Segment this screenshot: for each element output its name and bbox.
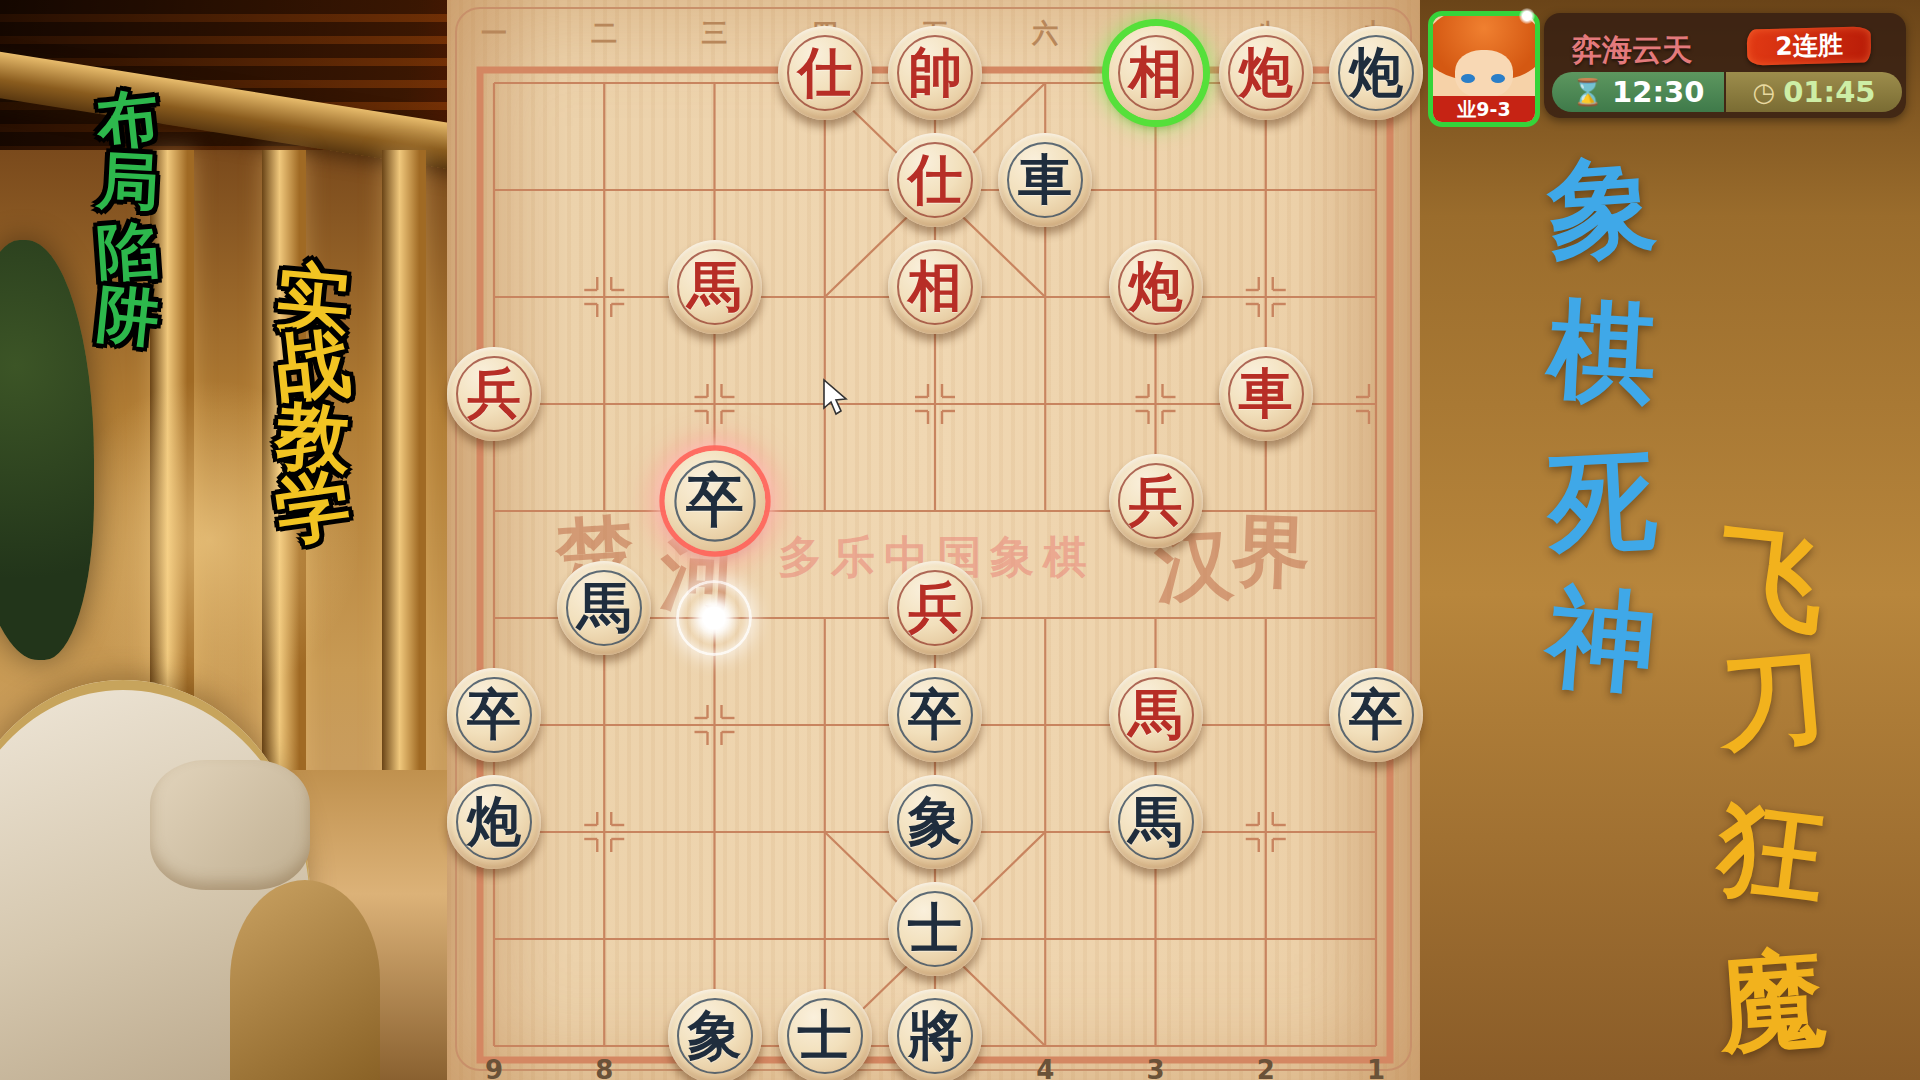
piece-character: 將	[908, 1009, 962, 1063]
piece-red-相[interactable]: 相	[888, 240, 982, 334]
river-text-jie: 界	[1230, 499, 1312, 607]
piece-character: 馬	[577, 581, 631, 635]
move-time: 01:45	[1783, 75, 1875, 109]
piece-red-兵[interactable]: 兵	[888, 561, 982, 655]
piece-black-馬[interactable]: 馬	[1109, 775, 1203, 869]
move-timer: ◷ 01:45	[1726, 72, 1902, 112]
piece-character: 炮	[1349, 46, 1403, 100]
piece-character: 卒	[686, 472, 744, 530]
file-label-top: 一	[481, 16, 507, 51]
calligraphy-char: 象	[1544, 150, 1659, 265]
piece-red-兵[interactable]: 兵	[447, 347, 541, 441]
potted-plant	[0, 240, 94, 660]
piece-character: 卒	[908, 688, 962, 742]
file-label-top: 三	[702, 16, 728, 51]
piece-black-炮[interactable]: 炮	[1329, 26, 1423, 120]
piece-red-車[interactable]: 車	[1219, 347, 1313, 441]
calligraphy-char: 局	[95, 149, 160, 214]
avatar-eye	[1461, 74, 1475, 83]
piece-character: 相	[908, 260, 962, 314]
piece-red-馬[interactable]: 馬	[1109, 668, 1203, 762]
piece-character: 炮	[467, 795, 521, 849]
piece-character: 車	[1018, 153, 1072, 207]
piece-character: 象	[908, 795, 962, 849]
piece-character: 兵	[1129, 474, 1183, 528]
piece-red-仕[interactable]: 仕	[778, 26, 872, 120]
piece-black-士[interactable]: 士	[888, 882, 982, 976]
calligraphy-char: 刀	[1715, 643, 1830, 758]
rank-tag: 业9-3	[1433, 96, 1535, 122]
file-label-bottom: 2	[1257, 1055, 1275, 1080]
calligraphy-char: 陷	[95, 219, 161, 285]
piece-black-馬[interactable]: 馬	[557, 561, 651, 655]
piece-black-象[interactable]: 象	[888, 775, 982, 869]
screen: 一二三四五六七八九 987654321 楚 河 汉 界 多乐中国象棋 仕帥相炮炮…	[0, 0, 1920, 1080]
piece-black-將[interactable]: 將	[888, 989, 982, 1080]
piece-red-相[interactable]: 相	[1109, 26, 1203, 120]
calligraphy-char: 阱	[94, 282, 162, 350]
piece-character: 兵	[467, 367, 521, 421]
xiangqi-board[interactable]: 一二三四五六七八九 987654321 楚 河 汉 界 多乐中国象棋 仕帥相炮炮…	[447, 0, 1420, 1080]
piece-red-炮[interactable]: 炮	[1109, 240, 1203, 334]
piece-character: 馬	[1129, 795, 1183, 849]
file-label-bottom: 8	[595, 1055, 613, 1080]
piece-black-象[interactable]: 象	[668, 989, 762, 1080]
piece-red-炮[interactable]: 炮	[1219, 26, 1313, 120]
opponent-avatar[interactable]: 业9-3	[1428, 11, 1540, 127]
piece-red-仕[interactable]: 仕	[888, 133, 982, 227]
piece-character: 馬	[1129, 688, 1183, 742]
avatar-shine	[1519, 8, 1535, 24]
room-background-left	[0, 0, 447, 1080]
piece-black-士[interactable]: 士	[778, 989, 872, 1080]
piece-character: 士	[908, 902, 962, 956]
calligraphy-char: 狂	[1713, 793, 1831, 911]
piece-character: 卒	[467, 688, 521, 742]
file-label-top: 六	[1032, 16, 1058, 51]
win-streak-badge: 2连胜	[1747, 26, 1872, 65]
piece-black-車[interactable]: 車	[998, 133, 1092, 227]
piece-character: 兵	[908, 581, 962, 635]
piece-character: 卒	[1349, 688, 1403, 742]
calligraphy-char: 棋	[1545, 295, 1659, 409]
game-time: 12:30	[1612, 75, 1704, 109]
piece-character: 相	[1129, 46, 1183, 100]
calligraphy-char: 神	[1543, 581, 1660, 698]
piece-character: 炮	[1129, 260, 1183, 314]
piece-red-馬[interactable]: 馬	[668, 240, 762, 334]
file-label-bottom: 1	[1367, 1055, 1385, 1080]
game-timer: ⌛ 12:30	[1552, 72, 1724, 112]
avatar-eye	[1491, 74, 1505, 83]
calligraphy-char: 飞	[1714, 522, 1830, 638]
piece-black-炮[interactable]: 炮	[447, 775, 541, 869]
file-label-bottom: 4	[1036, 1055, 1054, 1080]
file-label-bottom: 9	[485, 1055, 503, 1080]
piece-character: 帥	[908, 46, 962, 100]
clock-icon: ◷	[1753, 77, 1776, 107]
piece-character: 象	[688, 1009, 742, 1063]
piece-character: 士	[798, 1009, 852, 1063]
calligraphy-char: 死	[1545, 445, 1659, 559]
piece-black-卒[interactable]: 卒	[1329, 668, 1423, 762]
piece-black-卒[interactable]: 卒	[664, 451, 765, 552]
piece-character: 仕	[798, 46, 852, 100]
room-background-right	[1420, 0, 1920, 1080]
gold-column	[382, 150, 426, 790]
piece-red-帥[interactable]: 帥	[888, 26, 982, 120]
calligraphy-char: 魔	[1715, 945, 1828, 1058]
file-label-top: 二	[591, 16, 617, 51]
piece-character: 車	[1239, 367, 1293, 421]
chair-pillow	[150, 760, 310, 890]
piece-character: 仕	[908, 153, 962, 207]
chair-gold-arm	[230, 880, 380, 1080]
mouse-cursor	[822, 378, 852, 418]
piece-black-卒[interactable]: 卒	[888, 668, 982, 762]
opponent-name: 弈海云天	[1572, 30, 1692, 71]
file-label-bottom: 3	[1146, 1055, 1164, 1080]
piece-red-兵[interactable]: 兵	[1109, 454, 1203, 548]
piece-character: 馬	[688, 260, 742, 314]
piece-character: 炮	[1239, 46, 1293, 100]
calligraphy-char: 学	[271, 465, 355, 549]
hourglass-icon: ⌛	[1572, 77, 1604, 107]
move-target-marker[interactable]	[676, 580, 752, 656]
piece-black-卒[interactable]: 卒	[447, 668, 541, 762]
